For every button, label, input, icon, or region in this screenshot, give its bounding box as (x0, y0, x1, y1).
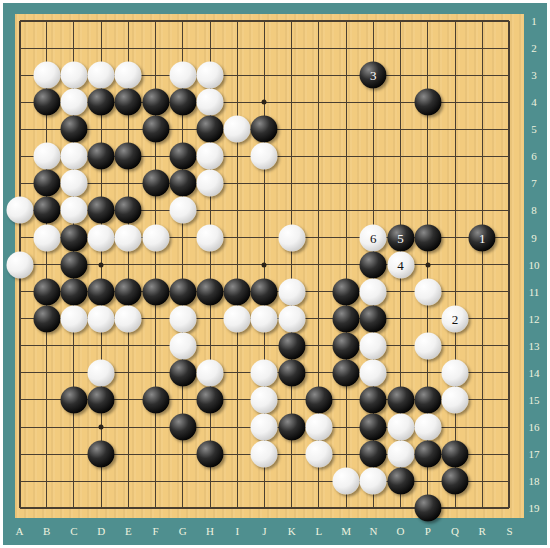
column-label-D: D (97, 525, 105, 537)
go-stone-white-numbered-6[interactable]: 6 (360, 224, 387, 251)
go-stone-black[interactable] (278, 332, 305, 359)
go-stone-black[interactable] (33, 278, 60, 305)
go-stone-white[interactable] (60, 170, 87, 197)
go-stone-white[interactable] (88, 305, 115, 332)
column-label-S: S (506, 525, 512, 537)
column-label-B: B (43, 525, 50, 537)
go-stone-white[interactable] (360, 332, 387, 359)
star-point (262, 100, 267, 105)
star-point (262, 262, 267, 267)
grid-line-horizontal (20, 481, 510, 482)
go-stone-white[interactable] (169, 332, 196, 359)
grid-line-horizontal (20, 48, 510, 49)
go-stone-black[interactable] (333, 305, 360, 332)
go-stone-white[interactable] (60, 305, 87, 332)
row-label-6: 6 (531, 150, 537, 162)
go-stone-white[interactable] (60, 197, 87, 224)
go-stone-white[interactable] (360, 468, 387, 495)
go-stone-white[interactable] (414, 278, 441, 305)
go-stone-white[interactable] (387, 441, 414, 468)
go-stone-white[interactable] (197, 170, 224, 197)
go-stone-white[interactable] (333, 468, 360, 495)
column-label-H: H (206, 525, 214, 537)
column-label-I: I (235, 525, 239, 537)
go-stone-white[interactable] (197, 62, 224, 89)
column-label-F: F (153, 525, 159, 537)
go-stone-black[interactable] (142, 170, 169, 197)
go-stone-white[interactable] (224, 116, 251, 143)
go-stone-white[interactable] (197, 143, 224, 170)
go-stone-white[interactable] (115, 224, 142, 251)
row-label-4: 4 (531, 96, 537, 108)
row-label-9: 9 (531, 232, 537, 244)
go-stone-black[interactable] (88, 197, 115, 224)
column-label-O: O (397, 525, 405, 537)
go-stone-black[interactable] (442, 468, 469, 495)
row-label-18: 18 (529, 475, 540, 487)
go-stone-white[interactable] (6, 251, 33, 278)
go-stone-black[interactable] (33, 197, 60, 224)
go-stone-black[interactable] (333, 332, 360, 359)
column-label-Q: Q (451, 525, 459, 537)
go-stone-black[interactable] (60, 278, 87, 305)
go-stone-white[interactable] (224, 305, 251, 332)
row-label-19: 19 (529, 502, 540, 514)
go-stone-black[interactable] (60, 224, 87, 251)
go-stone-black[interactable] (88, 441, 115, 468)
go-stone-white[interactable] (60, 143, 87, 170)
column-label-J: J (262, 525, 266, 537)
go-stone-black[interactable] (224, 278, 251, 305)
column-label-G: G (179, 525, 187, 537)
go-stone-white[interactable] (115, 305, 142, 332)
row-label-5: 5 (531, 123, 537, 135)
go-stone-black[interactable] (414, 89, 441, 116)
column-label-K: K (288, 525, 296, 537)
go-stone-black-numbered-5[interactable]: 5 (387, 224, 414, 251)
go-stone-black[interactable] (142, 116, 169, 143)
go-stone-white[interactable] (251, 143, 278, 170)
go-stone-black[interactable] (33, 170, 60, 197)
go-stone-black[interactable] (169, 359, 196, 386)
go-stone-black[interactable] (251, 116, 278, 143)
go-stone-black[interactable] (88, 278, 115, 305)
go-stone-black[interactable] (414, 386, 441, 413)
grid-line-horizontal (20, 20, 510, 22)
go-stone-black[interactable] (60, 116, 87, 143)
row-label-17: 17 (529, 448, 540, 460)
go-stone-black[interactable] (360, 251, 387, 278)
go-stone-black[interactable] (115, 278, 142, 305)
go-stone-white[interactable] (305, 414, 332, 441)
go-stone-white[interactable] (33, 62, 60, 89)
go-stone-white[interactable] (414, 414, 441, 441)
go-stone-black[interactable] (360, 305, 387, 332)
go-stone-white[interactable] (251, 305, 278, 332)
column-label-N: N (369, 525, 377, 537)
go-stone-black[interactable] (333, 359, 360, 386)
go-stone-black[interactable] (278, 414, 305, 441)
go-stone-black[interactable] (88, 386, 115, 413)
go-stone-white[interactable] (360, 359, 387, 386)
go-stone-white[interactable] (33, 224, 60, 251)
go-stone-white[interactable] (88, 359, 115, 386)
go-stone-black[interactable] (333, 278, 360, 305)
go-stone-white[interactable] (442, 359, 469, 386)
go-stone-black[interactable] (142, 278, 169, 305)
go-stone-black-numbered-3[interactable]: 3 (360, 62, 387, 89)
go-stone-white-numbered-2[interactable]: 2 (442, 305, 469, 332)
go-stone-white[interactable] (142, 224, 169, 251)
row-label-13: 13 (529, 340, 540, 352)
go-stone-black[interactable] (197, 278, 224, 305)
column-label-L: L (316, 525, 323, 537)
go-stone-black[interactable] (142, 89, 169, 116)
go-stone-black[interactable] (115, 197, 142, 224)
go-stone-black[interactable] (360, 386, 387, 413)
go-stone-white[interactable] (60, 62, 87, 89)
go-stone-black[interactable] (251, 278, 278, 305)
go-stone-white[interactable] (33, 143, 60, 170)
column-label-A: A (16, 525, 24, 537)
go-stone-white[interactable] (387, 414, 414, 441)
go-stone-black[interactable] (142, 386, 169, 413)
go-stone-black[interactable] (387, 386, 414, 413)
go-stone-white[interactable] (278, 278, 305, 305)
row-label-1: 1 (531, 15, 537, 27)
go-board[interactable]: 365142 (15, 14, 524, 518)
row-label-14: 14 (529, 367, 540, 379)
go-stone-black[interactable] (414, 441, 441, 468)
go-stone-black[interactable] (169, 414, 196, 441)
go-stone-white[interactable] (197, 224, 224, 251)
column-label-R: R (479, 525, 486, 537)
go-stone-white[interactable] (360, 278, 387, 305)
row-label-10: 10 (529, 259, 540, 271)
go-stone-white[interactable] (278, 224, 305, 251)
go-stone-black[interactable] (115, 89, 142, 116)
row-label-11: 11 (529, 286, 540, 298)
row-label-2: 2 (531, 42, 537, 54)
row-label-12: 12 (529, 313, 540, 325)
go-stone-white-numbered-4[interactable]: 4 (387, 251, 414, 278)
go-stone-black[interactable] (88, 89, 115, 116)
go-stone-white[interactable] (115, 62, 142, 89)
star-point (99, 425, 104, 430)
go-stone-white[interactable] (169, 305, 196, 332)
go-stone-white[interactable] (60, 89, 87, 116)
star-point (99, 262, 104, 267)
go-stone-black[interactable] (360, 441, 387, 468)
go-stone-black[interactable] (169, 170, 196, 197)
go-stone-black[interactable] (169, 278, 196, 305)
column-label-E: E (125, 525, 132, 537)
row-label-15: 15 (529, 394, 540, 406)
grid-line-horizontal (20, 183, 510, 184)
go-stone-black[interactable] (197, 386, 224, 413)
row-label-16: 16 (529, 421, 540, 433)
go-stone-white[interactable] (251, 441, 278, 468)
go-stone-black[interactable] (387, 468, 414, 495)
go-stone-black[interactable] (414, 224, 441, 251)
go-stone-black[interactable] (88, 143, 115, 170)
go-stone-white[interactable] (414, 332, 441, 359)
row-label-8: 8 (531, 204, 537, 216)
star-point (425, 262, 430, 267)
go-stone-white[interactable] (197, 89, 224, 116)
go-stone-black[interactable] (197, 116, 224, 143)
go-stone-white[interactable] (88, 62, 115, 89)
go-stone-white[interactable] (169, 197, 196, 224)
go-stone-white[interactable] (251, 386, 278, 413)
go-stone-white[interactable] (305, 441, 332, 468)
go-stone-black[interactable] (60, 386, 87, 413)
go-stone-black[interactable] (115, 143, 142, 170)
go-stone-white[interactable] (169, 62, 196, 89)
go-stone-white[interactable] (88, 224, 115, 251)
go-stone-black[interactable] (169, 89, 196, 116)
go-stone-white[interactable] (197, 359, 224, 386)
column-label-M: M (341, 525, 351, 537)
go-stone-black[interactable] (414, 495, 441, 522)
go-stone-black[interactable] (60, 251, 87, 278)
go-stone-black-numbered-1[interactable]: 1 (469, 224, 496, 251)
go-stone-black[interactable] (33, 305, 60, 332)
go-stone-black[interactable] (305, 386, 332, 413)
go-stone-white[interactable] (6, 197, 33, 224)
go-stone-white[interactable] (251, 414, 278, 441)
go-stone-white[interactable] (278, 305, 305, 332)
go-stone-black[interactable] (197, 441, 224, 468)
go-stone-black[interactable] (278, 359, 305, 386)
go-stone-white[interactable] (442, 386, 469, 413)
go-stone-white[interactable] (251, 359, 278, 386)
go-stone-black[interactable] (33, 89, 60, 116)
column-label-P: P (425, 525, 431, 537)
go-stone-black[interactable] (169, 143, 196, 170)
row-label-3: 3 (531, 69, 537, 81)
go-app-window: 365142 ABCDEFGHIJKLMNOPQRS12345678910111… (0, 0, 550, 548)
go-stone-black[interactable] (442, 441, 469, 468)
go-stone-black[interactable] (360, 414, 387, 441)
column-label-C: C (70, 525, 77, 537)
row-label-7: 7 (531, 177, 537, 189)
